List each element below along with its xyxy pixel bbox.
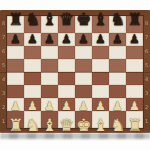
- square-e7: ♟: [75, 33, 92, 46]
- square-d4: [58, 72, 75, 85]
- rank-label-left-4: 4: [0, 72, 7, 86]
- square-a5: [7, 59, 24, 72]
- square-d8: ♛: [58, 16, 75, 33]
- white-rook-icon: ♜: [8, 117, 23, 133]
- square-d6: [58, 46, 75, 59]
- square-e1: ♚: [75, 111, 92, 128]
- white-rook-icon: ♜: [127, 117, 142, 133]
- square-a7: ♟: [7, 33, 24, 46]
- black-pawn-icon: ♟: [61, 33, 72, 45]
- square-b5: [24, 59, 41, 72]
- black-pawn-icon: ♟: [95, 33, 106, 45]
- square-d7: ♟: [58, 33, 75, 46]
- rank-label-left-5: 5: [0, 58, 7, 72]
- square-f6: [92, 46, 109, 59]
- rank-label-right-6: 6: [143, 44, 150, 58]
- square-h7: ♟: [126, 33, 143, 46]
- white-pawn-icon: ♟: [78, 100, 89, 112]
- rank-label-right-3: 3: [143, 86, 150, 100]
- square-a6: [7, 46, 24, 59]
- square-a8: ♜: [7, 16, 24, 33]
- white-pawn-icon: ♟: [112, 100, 123, 112]
- square-e4: [75, 72, 92, 85]
- square-d2: ♟: [58, 98, 75, 111]
- square-f2: ♟: [92, 98, 109, 111]
- square-d5: [58, 59, 75, 72]
- square-g3: [109, 85, 126, 98]
- square-b3: [24, 85, 41, 98]
- black-bishop-icon: ♝: [93, 11, 108, 28]
- black-bishop-icon: ♝: [42, 11, 57, 28]
- square-c1: ♝: [41, 111, 58, 128]
- square-d3: [58, 85, 75, 98]
- square-g6: [109, 46, 126, 59]
- black-king-icon: ♚: [76, 11, 91, 28]
- black-knight-icon: ♞: [110, 11, 125, 28]
- rank-label-left-6: 6: [0, 44, 7, 58]
- square-g1: ♞: [109, 111, 126, 128]
- square-f8: ♝: [92, 16, 109, 33]
- square-b6: [24, 46, 41, 59]
- rank-label-left-8: 8: [0, 16, 7, 30]
- white-queen-icon: ♛: [59, 117, 74, 133]
- square-f1: ♝: [92, 111, 109, 128]
- white-pawn-icon: ♟: [129, 100, 140, 112]
- rank-label-right-7: 7: [143, 30, 150, 44]
- rank-labels-left: 87654321: [0, 16, 7, 128]
- rank-labels-right: 87654321: [143, 16, 150, 128]
- square-c2: ♟: [41, 98, 58, 111]
- black-rook-icon: ♜: [8, 11, 23, 28]
- black-pawn-icon: ♟: [112, 33, 123, 45]
- photo-background: 87654321 ♜♞♝♛♚♝♞♜♟♟♟♟♟♟♟♟♟♟♟♟♟♟♟♟♜♞♝♛♚♝♞…: [0, 0, 150, 150]
- square-b4: [24, 72, 41, 85]
- square-h8: ♜: [126, 16, 143, 33]
- black-rook-icon: ♜: [127, 11, 142, 28]
- rank-label-left-2: 2: [0, 100, 7, 114]
- black-knight-icon: ♞: [25, 11, 40, 28]
- square-c5: [41, 59, 58, 72]
- square-e6: [75, 46, 92, 59]
- white-bishop-icon: ♝: [93, 117, 108, 133]
- square-a3: [7, 85, 24, 98]
- square-e2: ♟: [75, 98, 92, 111]
- rank-label-right-8: 8: [143, 16, 150, 30]
- square-c4: [41, 72, 58, 85]
- square-c7: ♟: [41, 33, 58, 46]
- square-c8: ♝: [41, 16, 58, 33]
- square-e8: ♚: [75, 16, 92, 33]
- square-h5: [126, 59, 143, 72]
- white-pawn-icon: ♟: [95, 100, 106, 112]
- rank-label-right-4: 4: [143, 72, 150, 86]
- square-g8: ♞: [109, 16, 126, 33]
- square-g4: [109, 72, 126, 85]
- square-g5: [109, 59, 126, 72]
- square-b2: ♟: [24, 98, 41, 111]
- square-a1: ♜: [7, 111, 24, 128]
- square-f5: [92, 59, 109, 72]
- square-a4: [7, 72, 24, 85]
- white-pawn-icon: ♟: [44, 100, 55, 112]
- square-c6: [41, 46, 58, 59]
- square-e3: [75, 85, 92, 98]
- black-pawn-icon: ♟: [78, 33, 89, 45]
- table-shadow: [0, 133, 150, 139]
- square-h1: ♜: [126, 111, 143, 128]
- board-fold-seam: [0, 72, 150, 73]
- white-pawn-icon: ♟: [10, 100, 21, 112]
- square-h3: [126, 85, 143, 98]
- square-g7: ♟: [109, 33, 126, 46]
- square-b1: ♞: [24, 111, 41, 128]
- rank-label-right-2: 2: [143, 100, 150, 114]
- square-e5: [75, 59, 92, 72]
- rank-label-right-5: 5: [143, 58, 150, 72]
- white-king-icon: ♚: [76, 117, 91, 133]
- white-knight-icon: ♞: [25, 117, 40, 133]
- rank-label-right-1: 1: [143, 114, 150, 128]
- square-h2: ♟: [126, 98, 143, 111]
- white-knight-icon: ♞: [110, 117, 125, 133]
- black-pawn-icon: ♟: [44, 33, 55, 45]
- square-f4: [92, 72, 109, 85]
- square-h4: [126, 72, 143, 85]
- rank-label-left-1: 1: [0, 114, 7, 128]
- rank-label-left-7: 7: [0, 30, 7, 44]
- white-pawn-icon: ♟: [27, 100, 38, 112]
- square-b7: ♟: [24, 33, 41, 46]
- square-h6: [126, 46, 143, 59]
- black-pawn-icon: ♟: [129, 33, 140, 45]
- black-queen-icon: ♛: [59, 11, 74, 28]
- square-c3: [41, 85, 58, 98]
- black-pawn-icon: ♟: [10, 33, 21, 45]
- square-b8: ♞: [24, 16, 41, 33]
- square-g2: ♟: [109, 98, 126, 111]
- rank-label-left-3: 3: [0, 86, 7, 100]
- white-bishop-icon: ♝: [42, 117, 57, 133]
- white-pawn-icon: ♟: [61, 100, 72, 112]
- black-pawn-icon: ♟: [27, 33, 38, 45]
- square-a2: ♟: [7, 98, 24, 111]
- chessboard-photo: 87654321 ♜♞♝♛♚♝♞♜♟♟♟♟♟♟♟♟♟♟♟♟♟♟♟♟♜♞♝♛♚♝♞…: [0, 10, 150, 133]
- square-d1: ♛: [58, 111, 75, 128]
- square-f7: ♟: [92, 33, 109, 46]
- square-f3: [92, 85, 109, 98]
